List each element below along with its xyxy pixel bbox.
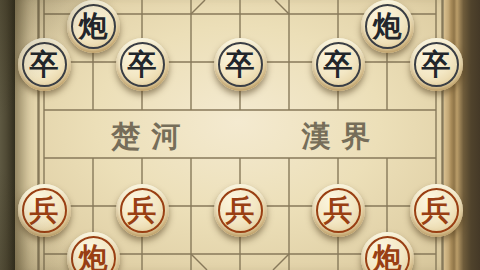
piece-glyph: 卒 <box>324 50 353 79</box>
xiangqi-screenshot: 楚河 漢界 炮炮卒卒卒卒卒兵兵兵兵兵炮炮 <box>0 0 480 270</box>
piece-black-soldier[interactable]: 卒 <box>18 38 71 91</box>
piece-red-cannon[interactable]: 炮 <box>67 232 120 270</box>
piece-red-soldier[interactable]: 兵 <box>410 184 463 237</box>
piece-glyph: 炮 <box>79 244 108 270</box>
piece-red-soldier[interactable]: 兵 <box>214 184 267 237</box>
piece-glyph: 兵 <box>422 196 451 225</box>
piece-glyph: 炮 <box>79 12 108 41</box>
piece-black-soldier[interactable]: 卒 <box>312 38 365 91</box>
piece-glyph: 兵 <box>128 196 157 225</box>
piece-red-soldier[interactable]: 兵 <box>18 184 71 237</box>
piece-glyph: 炮 <box>373 244 402 270</box>
piece-glyph: 卒 <box>30 50 59 79</box>
piece-glyph: 兵 <box>324 196 353 225</box>
piece-black-soldier[interactable]: 卒 <box>410 38 463 91</box>
piece-black-soldier[interactable]: 卒 <box>116 38 169 91</box>
pieces-layer: 炮炮卒卒卒卒卒兵兵兵兵兵炮炮 <box>0 0 480 270</box>
piece-glyph: 卒 <box>226 50 255 79</box>
piece-black-cannon[interactable]: 炮 <box>67 0 120 53</box>
piece-glyph: 卒 <box>128 50 157 79</box>
piece-red-soldier[interactable]: 兵 <box>312 184 365 237</box>
piece-red-cannon[interactable]: 炮 <box>361 232 414 270</box>
piece-glyph: 兵 <box>226 196 255 225</box>
piece-black-cannon[interactable]: 炮 <box>361 0 414 53</box>
piece-red-soldier[interactable]: 兵 <box>116 184 169 237</box>
piece-glyph: 兵 <box>30 196 59 225</box>
piece-glyph: 炮 <box>373 12 402 41</box>
piece-glyph: 卒 <box>422 50 451 79</box>
piece-black-soldier[interactable]: 卒 <box>214 38 267 91</box>
